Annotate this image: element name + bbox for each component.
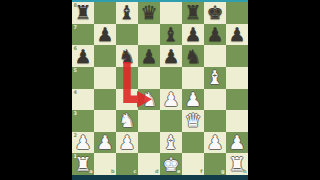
square-f3[interactable]: ♛ <box>182 110 204 132</box>
square-a3[interactable]: 3 <box>72 110 94 132</box>
square-h5[interactable] <box>226 67 248 89</box>
square-a1[interactable]: 1a♜ <box>72 153 94 175</box>
black-pawn-d6[interactable]: ♟ <box>140 46 157 65</box>
square-b6[interactable] <box>94 45 116 67</box>
square-d1[interactable]: d <box>138 153 160 175</box>
square-e3[interactable] <box>160 110 182 132</box>
square-c2[interactable]: ♟ <box>116 132 138 154</box>
square-d8[interactable]: ♛ <box>138 2 160 24</box>
square-d6[interactable]: ♟ <box>138 45 160 67</box>
black-bishop-c8[interactable]: ♝ <box>118 3 135 22</box>
white-pawn-c2[interactable]: ♟ <box>118 133 135 152</box>
square-b4[interactable] <box>94 89 116 111</box>
file-label-d: d <box>155 169 159 174</box>
square-h7[interactable]: ♟ <box>226 24 248 46</box>
square-h2[interactable]: ♟ <box>226 132 248 154</box>
white-queen-f3[interactable]: ♛ <box>184 111 201 130</box>
square-f4[interactable]: ♟ <box>182 89 204 111</box>
square-d7[interactable] <box>138 24 160 46</box>
black-pawn-f7[interactable]: ♟ <box>184 24 201 43</box>
white-pawn-b2[interactable]: ♟ <box>96 133 113 152</box>
black-pawn-g7[interactable]: ♟ <box>206 24 223 43</box>
square-b3[interactable] <box>94 110 116 132</box>
square-e8[interactable] <box>160 2 182 24</box>
square-g8[interactable]: ♚ <box>204 2 226 24</box>
black-pawn-a6[interactable]: ♟ <box>74 46 91 65</box>
square-d2[interactable] <box>138 132 160 154</box>
white-bishop-e2[interactable]: ♝ <box>162 133 179 152</box>
square-a6[interactable]: 6♟ <box>72 45 94 67</box>
square-c8[interactable]: ♝ <box>116 2 138 24</box>
white-knight-c3[interactable]: ♞ <box>118 111 135 130</box>
rank-label-3: 3 <box>74 111 77 116</box>
white-pawn-g2[interactable]: ♟ <box>206 133 223 152</box>
square-c7[interactable] <box>116 24 138 46</box>
square-e4[interactable]: ♟ <box>160 89 182 111</box>
square-g5[interactable]: ♝ <box>204 67 226 89</box>
square-b1[interactable]: b <box>94 153 116 175</box>
square-f1[interactable]: f <box>182 153 204 175</box>
square-f2[interactable] <box>182 132 204 154</box>
white-pawn-h2[interactable]: ♟ <box>228 133 245 152</box>
white-knight-d4[interactable]: ♞ <box>140 89 157 108</box>
square-f7[interactable]: ♟ <box>182 24 204 46</box>
black-king-g8[interactable]: ♚ <box>206 3 223 22</box>
black-pawn-b7[interactable]: ♟ <box>96 24 113 43</box>
square-a7[interactable]: 7 <box>72 24 94 46</box>
black-queen-d8[interactable]: ♛ <box>140 3 157 22</box>
white-bishop-g5[interactable]: ♝ <box>206 68 223 87</box>
black-bishop-e7[interactable]: ♝ <box>162 24 179 43</box>
square-a2[interactable]: 2♟ <box>72 132 94 154</box>
square-e2[interactable]: ♝ <box>160 132 182 154</box>
square-f6[interactable]: ♞ <box>182 45 204 67</box>
square-b2[interactable]: ♟ <box>94 132 116 154</box>
square-a8[interactable]: 8♜ <box>72 2 94 24</box>
square-b7[interactable]: ♟ <box>94 24 116 46</box>
square-e6[interactable]: ♟ <box>160 45 182 67</box>
board-column: 8♜♝♛♜♚7♟♝♟♟♟6♟♞♟♟♞5♝4♞♟♟3♞♛2♟♟♟♝♟♟1a♜bcd… <box>72 0 248 180</box>
square-f5[interactable] <box>182 67 204 89</box>
rank-label-5: 5 <box>74 68 77 73</box>
white-rook-h1[interactable]: ♜ <box>228 154 245 173</box>
teal-bottom-strip <box>72 175 248 180</box>
file-label-c: c <box>134 169 137 174</box>
square-h8[interactable] <box>226 2 248 24</box>
rank-label-4: 4 <box>74 90 77 95</box>
left-letterbox-bar <box>0 0 72 180</box>
square-g6[interactable] <box>204 45 226 67</box>
chess-board[interactable]: 8♜♝♛♜♚7♟♝♟♟♟6♟♞♟♟♞5♝4♞♟♟3♞♛2♟♟♟♝♟♟1a♜bcd… <box>72 2 248 175</box>
square-c1[interactable]: c <box>116 153 138 175</box>
square-f8[interactable]: ♜ <box>182 2 204 24</box>
square-h4[interactable] <box>226 89 248 111</box>
square-g4[interactable] <box>204 89 226 111</box>
square-c5[interactable] <box>116 67 138 89</box>
square-g7[interactable]: ♟ <box>204 24 226 46</box>
square-c4[interactable] <box>116 89 138 111</box>
square-d3[interactable] <box>138 110 160 132</box>
black-knight-c6[interactable]: ♞ <box>118 46 135 65</box>
file-label-b: b <box>111 169 115 174</box>
white-king-e1[interactable]: ♚ <box>162 154 179 173</box>
square-g3[interactable] <box>204 110 226 132</box>
black-pawn-h7[interactable]: ♟ <box>228 24 245 43</box>
square-e7[interactable]: ♝ <box>160 24 182 46</box>
right-letterbox-bar <box>248 0 320 180</box>
black-knight-f6[interactable]: ♞ <box>184 46 201 65</box>
white-pawn-f4[interactable]: ♟ <box>184 89 201 108</box>
video-frame: 8♜♝♛♜♚7♟♝♟♟♟6♟♞♟♟♞5♝4♞♟♟3♞♛2♟♟♟♝♟♟1a♜bcd… <box>0 0 320 180</box>
black-rook-a8[interactable]: ♜ <box>74 3 91 22</box>
square-g1[interactable]: g <box>204 153 226 175</box>
black-rook-f8[interactable]: ♜ <box>184 3 201 22</box>
white-rook-a1[interactable]: ♜ <box>74 154 91 173</box>
square-h6[interactable] <box>226 45 248 67</box>
white-pawn-e4[interactable]: ♟ <box>162 89 179 108</box>
square-b5[interactable] <box>94 67 116 89</box>
square-d5[interactable] <box>138 67 160 89</box>
square-c3[interactable]: ♞ <box>116 110 138 132</box>
black-pawn-e6[interactable]: ♟ <box>162 46 179 65</box>
file-label-g: g <box>221 169 225 174</box>
file-label-f: f <box>200 169 202 174</box>
white-pawn-a2[interactable]: ♟ <box>74 133 91 152</box>
square-d4[interactable]: ♞ <box>138 89 160 111</box>
square-h3[interactable] <box>226 110 248 132</box>
square-h1[interactable]: h♜ <box>226 153 248 175</box>
square-a5[interactable]: 5 <box>72 67 94 89</box>
square-b8[interactable] <box>94 2 116 24</box>
square-e1[interactable]: e♚ <box>160 153 182 175</box>
square-g2[interactable]: ♟ <box>204 132 226 154</box>
square-e5[interactable] <box>160 67 182 89</box>
square-c6[interactable]: ♞ <box>116 45 138 67</box>
square-a4[interactable]: 4 <box>72 89 94 111</box>
rank-label-7: 7 <box>74 25 77 30</box>
